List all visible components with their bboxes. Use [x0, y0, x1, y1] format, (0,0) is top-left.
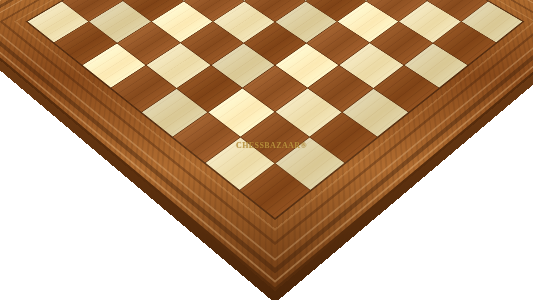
board-squares	[28, 0, 522, 218]
watermark-text: CHESSBAZAAR®	[236, 141, 307, 150]
board-scene	[0, 0, 533, 300]
product-photo: CHESSBAZAAR®	[0, 0, 533, 300]
